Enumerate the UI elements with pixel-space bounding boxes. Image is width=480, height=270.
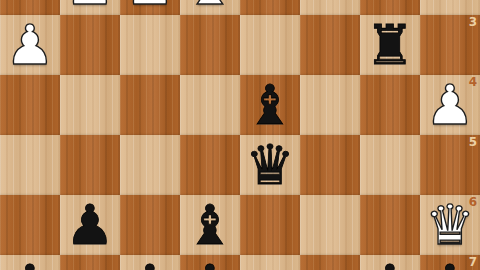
square-a6[interactable]: 6♛ <box>420 195 480 255</box>
square-c5[interactable] <box>300 135 360 195</box>
square-d2[interactable] <box>240 0 300 15</box>
square-e5[interactable] <box>180 135 240 195</box>
square-a3[interactable]: 3 <box>420 15 480 75</box>
black-pawn-a7[interactable]: ♟ <box>420 255 480 270</box>
square-h7[interactable]: ♟ <box>0 255 60 270</box>
black-pawn-h7[interactable]: ♟ <box>0 255 60 270</box>
black-bishop-d4[interactable]: ♝ <box>240 75 300 135</box>
square-a2[interactable] <box>420 0 480 15</box>
white-queen-a6[interactable]: ♛ <box>420 195 480 255</box>
square-g6[interactable]: ♟ <box>60 195 120 255</box>
square-h6[interactable] <box>0 195 60 255</box>
square-a5[interactable]: 5 <box>420 135 480 195</box>
square-d4[interactable]: ♝ <box>240 75 300 135</box>
square-f3[interactable] <box>120 15 180 75</box>
square-a4[interactable]: 4♟ <box>420 75 480 135</box>
square-b4[interactable] <box>360 75 420 135</box>
square-f5[interactable] <box>120 135 180 195</box>
white-pawn-f2[interactable]: ♟ <box>120 0 180 15</box>
square-f4[interactable] <box>120 75 180 135</box>
square-c6[interactable] <box>300 195 360 255</box>
square-f7[interactable]: ♟ <box>120 255 180 270</box>
black-pawn-g6[interactable]: ♟ <box>60 195 120 255</box>
square-d6[interactable] <box>240 195 300 255</box>
square-e7[interactable]: ♟ <box>180 255 240 270</box>
black-bishop-e6[interactable]: ♝ <box>180 195 240 255</box>
square-d5[interactable]: ♛ <box>240 135 300 195</box>
square-b5[interactable] <box>360 135 420 195</box>
black-pawn-f7[interactable]: ♟ <box>120 255 180 270</box>
square-b7[interactable]: ♟ <box>360 255 420 270</box>
square-e2[interactable]: ♝ <box>180 0 240 15</box>
square-b6[interactable] <box>360 195 420 255</box>
square-h3[interactable]: ♟ <box>0 15 60 75</box>
chess-video-frame: ♟♟♝♟♜3♝4♟♛5♟♝6♛♟♟♟♟7♟ <box>0 0 480 270</box>
white-pawn-a4[interactable]: ♟ <box>420 75 480 135</box>
square-b3[interactable]: ♜ <box>360 15 420 75</box>
square-g4[interactable] <box>60 75 120 135</box>
square-c4[interactable] <box>300 75 360 135</box>
square-d3[interactable] <box>240 15 300 75</box>
black-pawn-e7[interactable]: ♟ <box>180 255 240 270</box>
white-pawn-h3[interactable]: ♟ <box>0 15 60 75</box>
square-h4[interactable] <box>0 75 60 135</box>
square-f6[interactable] <box>120 195 180 255</box>
square-a7[interactable]: 7♟ <box>420 255 480 270</box>
square-f2[interactable]: ♟ <box>120 0 180 15</box>
rank-label-5: 5 <box>469 135 477 149</box>
white-bishop-e2[interactable]: ♝ <box>180 0 240 15</box>
black-pawn-b7[interactable]: ♟ <box>360 255 420 270</box>
square-e4[interactable] <box>180 75 240 135</box>
rank-label-3: 3 <box>469 15 477 29</box>
white-pawn-g2[interactable]: ♟ <box>60 0 120 15</box>
square-c7[interactable] <box>300 255 360 270</box>
black-rook-b3[interactable]: ♜ <box>360 15 420 75</box>
square-e3[interactable] <box>180 15 240 75</box>
black-queen-d5[interactable]: ♛ <box>240 135 300 195</box>
square-c3[interactable] <box>300 15 360 75</box>
square-g5[interactable] <box>60 135 120 195</box>
square-h5[interactable] <box>0 135 60 195</box>
square-g2[interactable]: ♟ <box>60 0 120 15</box>
chess-board: ♟♟♝♟♜3♝4♟♛5♟♝6♛♟♟♟♟7♟ <box>0 0 480 270</box>
square-g3[interactable] <box>60 15 120 75</box>
square-g7[interactable] <box>60 255 120 270</box>
square-d7[interactable] <box>240 255 300 270</box>
square-c2[interactable] <box>300 0 360 15</box>
square-e6[interactable]: ♝ <box>180 195 240 255</box>
